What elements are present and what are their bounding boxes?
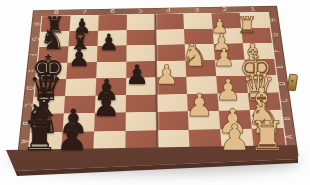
coordinate-label: A — [285, 135, 295, 139]
coordinate-label: H — [270, 18, 279, 21]
piece-white-knight-f3[interactable]: ♞ — [181, 40, 209, 71]
square-b4[interactable] — [157, 111, 189, 130]
square-g5[interactable] — [127, 29, 156, 45]
coordinate-labels: 8765432187654321HGFEDCBAHGFEDCBA — [33, 6, 277, 10]
piece-white-pawn-a2[interactable]: ♟ — [219, 120, 251, 156]
coordinate-label: 6 — [110, 10, 115, 14]
coordinate-label: 2 — [222, 8, 227, 12]
coordinate-label: E — [275, 65, 284, 68]
piece-black-pawn-c6[interactable]: ♟ — [92, 90, 120, 122]
piece-black-pawn-f7[interactable]: ♟ — [68, 46, 90, 71]
square-a5[interactable] — [125, 130, 157, 149]
piece-white-pawn-e4[interactable]: ♟ — [155, 61, 179, 88]
coordinate-label: 5 — [138, 9, 143, 13]
square-h6[interactable] — [98, 15, 127, 30]
chess-set-photo: { "game": "chess", "scene": "wooden fold… — [0, 0, 310, 185]
piece-white-pawn-c3[interactable]: ♟ — [185, 90, 213, 122]
square-h4[interactable] — [155, 14, 184, 29]
square-c4[interactable] — [157, 94, 188, 112]
square-h5[interactable] — [127, 14, 156, 29]
piece-black-rook-a8[interactable]: ♜ — [21, 116, 58, 157]
coordinate-label: F — [273, 49, 282, 52]
piece-black-pawn-g6[interactable]: ♟ — [99, 31, 119, 54]
coordinate-label: G — [30, 37, 39, 41]
square-a4[interactable] — [157, 129, 189, 148]
square-h3[interactable] — [183, 13, 212, 28]
square-a6[interactable] — [93, 131, 125, 150]
brass-clasp-icon — [287, 73, 298, 91]
piece-white-rook-a1[interactable]: ♜ — [249, 116, 286, 157]
piece-black-pawn-e5[interactable]: ♟ — [125, 61, 149, 88]
coordinate-label: G — [272, 33, 281, 37]
coordinate-label: H — [31, 22, 39, 25]
coordinate-label: D — [278, 82, 287, 86]
piece-black-pawn-a7[interactable]: ♟ — [56, 120, 88, 156]
piece-white-pawn-d2[interactable]: ♟ — [215, 76, 241, 105]
coordinate-label: 4 — [166, 9, 171, 13]
square-c5[interactable] — [126, 94, 157, 112]
square-b5[interactable] — [126, 112, 158, 131]
piece-white-rook-h1[interactable]: ♜ — [237, 14, 258, 37]
piece-white-pawn-f2[interactable]: ♟ — [213, 46, 235, 71]
coordinate-label: 3 — [194, 8, 199, 12]
